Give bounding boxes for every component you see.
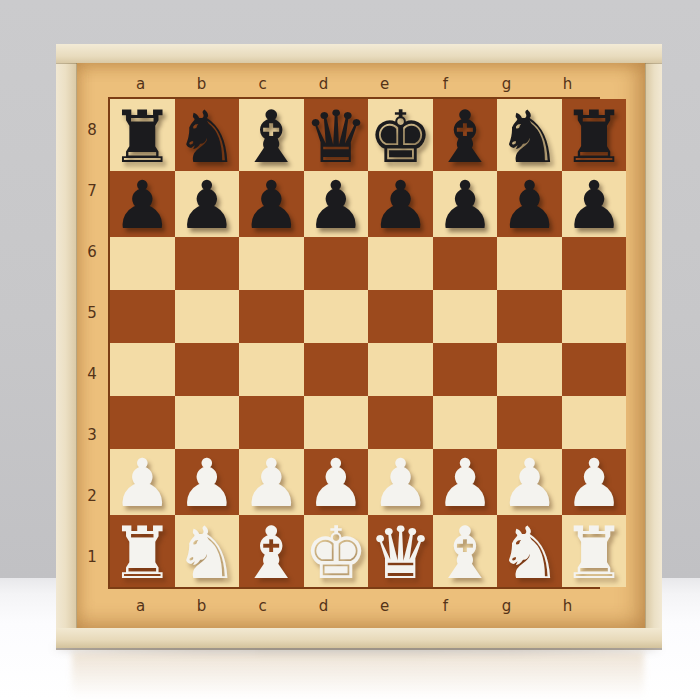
file-label-top-e: e [354,72,415,96]
white-pawn-d2[interactable]: ♟ [306,451,365,517]
rank-label-left-3: 3 [77,404,107,465]
square-c1[interactable]: ♝ [239,515,304,587]
file-label-top-a: a [110,72,171,96]
square-b3[interactable] [175,396,240,449]
square-f1[interactable]: ♝ [433,515,498,587]
file-labels-top: abcdefgh [110,72,598,96]
white-pawn-a2[interactable]: ♟ [113,451,172,517]
file-label-top-f: f [415,72,476,96]
white-pawn-f2[interactable]: ♟ [435,451,494,517]
square-b2[interactable]: ♟ [175,449,240,515]
square-g7[interactable]: ♟ [497,171,562,237]
square-a7[interactable]: ♟ [110,171,175,237]
file-label-bottom-e: e [354,594,415,618]
square-h8[interactable]: ♜ [562,99,627,171]
square-c7[interactable]: ♟ [239,171,304,237]
square-h5[interactable] [562,290,627,343]
white-pawn-c2[interactable]: ♟ [242,451,301,517]
square-f7[interactable]: ♟ [433,171,498,237]
frame-top-rail [56,44,662,63]
square-c5[interactable] [239,290,304,343]
square-f2[interactable]: ♟ [433,449,498,515]
black-pawn-h7[interactable]: ♟ [565,173,624,239]
square-h7[interactable]: ♟ [562,171,627,237]
square-e4[interactable] [368,343,433,396]
square-d7[interactable]: ♟ [304,171,369,237]
file-label-top-b: b [171,72,232,96]
square-b5[interactable] [175,290,240,343]
square-h6[interactable] [562,237,627,290]
rank-label-left-5: 5 [77,282,107,343]
black-pawn-d7[interactable]: ♟ [306,173,365,239]
white-pawn-e2[interactable]: ♟ [371,451,430,517]
file-label-bottom-c: c [232,594,293,618]
file-label-bottom-h: h [537,594,598,618]
square-e2[interactable]: ♟ [368,449,433,515]
square-b4[interactable] [175,343,240,396]
square-c2[interactable]: ♟ [239,449,304,515]
square-a3[interactable] [110,396,175,449]
square-h3[interactable] [562,396,627,449]
square-g8[interactable]: ♞ [497,99,562,171]
square-a8[interactable]: ♜ [110,99,175,171]
square-c3[interactable] [239,396,304,449]
white-rook-h1[interactable]: ♜ [562,517,627,589]
square-e7[interactable]: ♟ [368,171,433,237]
square-e1[interactable]: ♛ [368,515,433,587]
square-f3[interactable] [433,396,498,449]
square-e6[interactable] [368,237,433,290]
file-label-bottom-b: b [171,594,232,618]
square-a6[interactable] [110,237,175,290]
square-d2[interactable]: ♟ [304,449,369,515]
square-d5[interactable] [304,290,369,343]
square-f8[interactable]: ♝ [433,99,498,171]
black-pawn-g7[interactable]: ♟ [500,173,559,239]
black-pawn-b7[interactable]: ♟ [177,173,236,239]
square-f6[interactable] [433,237,498,290]
frame-left-rail [56,44,77,648]
black-rook-h8[interactable]: ♜ [562,101,627,173]
white-pawn-b2[interactable]: ♟ [177,451,236,517]
square-b6[interactable] [175,237,240,290]
square-f4[interactable] [433,343,498,396]
black-bishop-f8[interactable]: ♝ [433,101,498,173]
square-c8[interactable]: ♝ [239,99,304,171]
square-d4[interactable] [304,343,369,396]
rank-label-left-1: 1 [77,526,107,587]
file-label-top-d: d [293,72,354,96]
rank-label-left-6: 6 [77,221,107,282]
square-c4[interactable] [239,343,304,396]
black-pawn-a7[interactable]: ♟ [113,173,172,239]
square-d3[interactable] [304,396,369,449]
square-h2[interactable]: ♟ [562,449,627,515]
square-g4[interactable] [497,343,562,396]
file-label-top-g: g [476,72,537,96]
square-h1[interactable]: ♜ [562,515,627,587]
file-label-top-h: h [537,72,598,96]
black-queen-d8[interactable]: ♛ [304,101,369,173]
square-d6[interactable] [304,237,369,290]
black-pawn-e7[interactable]: ♟ [371,173,430,239]
square-d1[interactable]: ♚ [304,515,369,587]
square-g3[interactable] [497,396,562,449]
white-knight-g1[interactable]: ♞ [497,517,562,589]
black-king-e8[interactable]: ♚ [368,101,433,173]
file-label-bottom-f: f [415,594,476,618]
rank-labels-left: 87654321 [77,99,107,587]
chess-board-grid: ♜♞♝♛♚♝♞♜♟♟♟♟♟♟♟♟♟♟♟♟♟♟♟♟♜♞♝♚♛♝♞♜ [108,97,600,589]
square-g1[interactable]: ♞ [497,515,562,587]
file-labels-bottom: abcdefgh [110,594,598,618]
square-a1[interactable]: ♜ [110,515,175,587]
square-e5[interactable] [368,290,433,343]
black-pawn-f7[interactable]: ♟ [435,173,494,239]
file-label-bottom-a: a [110,594,171,618]
white-king-d1[interactable]: ♚ [304,517,369,589]
white-knight-b1[interactable]: ♞ [175,517,240,589]
square-g6[interactable] [497,237,562,290]
square-f5[interactable] [433,290,498,343]
file-label-top-c: c [232,72,293,96]
square-b8[interactable]: ♞ [175,99,240,171]
black-bishop-c8[interactable]: ♝ [239,101,304,173]
square-a5[interactable] [110,290,175,343]
rank-label-left-8: 8 [77,99,107,160]
file-label-bottom-d: d [293,594,354,618]
white-pawn-g2[interactable]: ♟ [500,451,559,517]
frame-bottom-rail [56,628,662,648]
frame-right-rail [645,44,662,648]
rank-label-left-4: 4 [77,343,107,404]
square-e3[interactable] [368,396,433,449]
white-bishop-c1[interactable]: ♝ [239,517,304,589]
square-h4[interactable] [562,343,627,396]
black-rook-a8[interactable]: ♜ [110,101,175,173]
white-queen-e1[interactable]: ♛ [368,517,433,589]
black-knight-g8[interactable]: ♞ [497,101,562,173]
square-c6[interactable] [239,237,304,290]
square-g5[interactable] [497,290,562,343]
white-pawn-h2[interactable]: ♟ [565,451,624,517]
rank-label-left-7: 7 [77,160,107,221]
white-bishop-f1[interactable]: ♝ [433,517,498,589]
scene: abcdefgh abcdefgh 87654321 87654321 ♜♞♝♛… [0,0,700,700]
square-a2[interactable]: ♟ [110,449,175,515]
square-a4[interactable] [110,343,175,396]
square-g2[interactable]: ♟ [497,449,562,515]
file-label-bottom-g: g [476,594,537,618]
black-pawn-c7[interactable]: ♟ [242,173,301,239]
square-b7[interactable]: ♟ [175,171,240,237]
square-d8[interactable]: ♛ [304,99,369,171]
board-reflection [72,652,644,698]
black-knight-b8[interactable]: ♞ [175,101,240,173]
square-e8[interactable]: ♚ [368,99,433,171]
square-b1[interactable]: ♞ [175,515,240,587]
white-rook-a1[interactable]: ♜ [110,517,175,589]
rank-label-left-2: 2 [77,465,107,526]
